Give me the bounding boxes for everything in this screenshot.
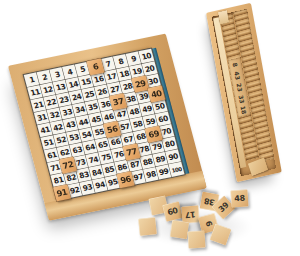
tile-storage-box[interactable]: 843233318 xyxy=(206,3,282,182)
box-tile-face-43: 43 xyxy=(234,71,241,81)
protruding-tile[interactable] xyxy=(218,10,229,24)
loose-tile-blank-9[interactable] xyxy=(187,230,205,248)
loose-tile-48[interactable]: 48 xyxy=(230,189,248,207)
box-tile-face-23: 23 xyxy=(236,83,243,93)
loose-tile-blank-1[interactable] xyxy=(138,217,157,236)
box-tile-face-18: 18 xyxy=(240,105,247,115)
box-tile-face-33: 33 xyxy=(238,94,245,104)
box-interior: 843233318 xyxy=(212,9,276,176)
box-tile-face-8: 8 xyxy=(232,62,239,67)
loose-tile-blank-4[interactable] xyxy=(170,220,189,239)
hundred-board: 1234567891011121314151617181920212223242… xyxy=(8,33,207,220)
flat-tile-in-box[interactable] xyxy=(248,158,268,176)
